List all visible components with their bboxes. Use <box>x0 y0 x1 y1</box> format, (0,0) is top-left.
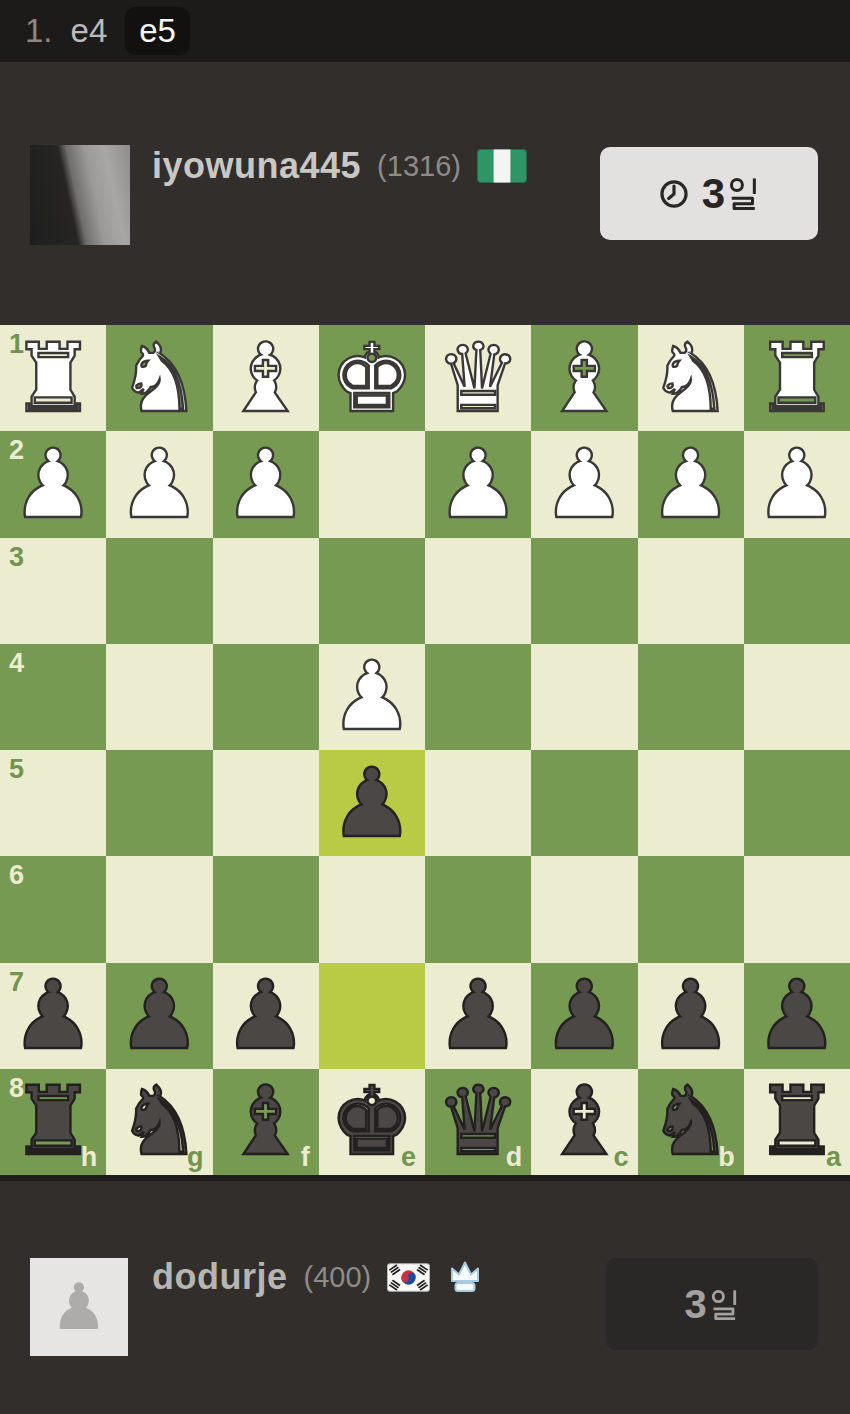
piece-white-pawn[interactable]: ♟ <box>436 437 521 532</box>
square-b1[interactable]: ♞ <box>638 325 744 431</box>
clock-icon <box>658 178 690 210</box>
square-a7[interactable]: ♟ <box>744 963 850 1069</box>
coord-file-c: c <box>613 1144 628 1171</box>
square-h4[interactable]: 4 <box>0 644 106 750</box>
coord-rank-7: 7 <box>9 969 24 996</box>
square-f6[interactable] <box>213 856 319 962</box>
square-h5[interactable]: 5 <box>0 750 106 856</box>
square-d2[interactable]: ♟ <box>425 431 531 537</box>
square-f4[interactable] <box>213 644 319 750</box>
square-c7[interactable]: ♟ <box>531 963 637 1069</box>
membership-crown-icon <box>446 1260 484 1294</box>
opponent-clock-time: 3 <box>702 170 760 218</box>
coord-rank-5: 5 <box>9 756 24 783</box>
square-d1[interactable]: ♛ <box>425 325 531 431</box>
default-pawn-avatar-icon: ♟ <box>50 1275 107 1339</box>
square-g4[interactable] <box>106 644 212 750</box>
square-c4[interactable] <box>531 644 637 750</box>
square-e3[interactable] <box>319 538 425 644</box>
player-avatar[interactable]: ♟ <box>30 1258 128 1356</box>
piece-white-pawn[interactable]: ♟ <box>223 437 308 532</box>
piece-white-pawn[interactable]: ♟ <box>542 437 627 532</box>
coord-file-h: h <box>81 1144 98 1171</box>
square-e1[interactable]: ♚ <box>319 325 425 431</box>
coord-rank-3: 3 <box>9 544 24 571</box>
coord-file-d: d <box>506 1144 523 1171</box>
square-f5[interactable] <box>213 750 319 856</box>
coord-rank-4: 4 <box>9 650 24 677</box>
piece-black-pawn[interactable]: ♟ <box>754 968 839 1063</box>
opponent-name[interactable]: iyowuna445 <box>152 145 361 187</box>
piece-white-pawn[interactable]: ♟ <box>117 437 202 532</box>
coord-rank-6: 6 <box>9 862 24 889</box>
square-c6[interactable] <box>531 856 637 962</box>
square-f1[interactable]: ♝ <box>213 325 319 431</box>
player-clock-number: 3 <box>684 1282 706 1327</box>
square-e6[interactable] <box>319 856 425 962</box>
piece-black-pawn[interactable]: ♟ <box>436 968 521 1063</box>
square-b4[interactable] <box>638 644 744 750</box>
piece-white-pawn[interactable]: ♟ <box>754 437 839 532</box>
square-d7[interactable]: ♟ <box>425 963 531 1069</box>
piece-white-bishop[interactable]: ♝ <box>223 331 308 426</box>
square-a2[interactable]: ♟ <box>744 431 850 537</box>
square-a4[interactable] <box>744 644 850 750</box>
coord-rank-1: 1 <box>9 331 24 358</box>
square-e8[interactable]: e♚ <box>319 1069 425 1175</box>
move-number: 1. <box>25 12 53 50</box>
move-list-bar: 1. e4 e5 <box>0 0 850 62</box>
day-unit-il-glyph <box>728 177 760 210</box>
square-g1[interactable]: ♞ <box>106 325 212 431</box>
piece-black-pawn[interactable]: ♟ <box>542 968 627 1063</box>
piece-black-pawn[interactable]: ♟ <box>329 756 414 851</box>
player-name[interactable]: dodurje <box>152 1256 288 1298</box>
opponent-avatar[interactable] <box>30 145 130 245</box>
app-screen: 1. e4 e5 iyowuna445 (1316) 3 1♜♞♝♚♛♝♞♜2♟… <box>0 0 850 1414</box>
coord-rank-8: 8 <box>9 1075 24 1102</box>
opponent-clock: 3 <box>600 147 818 240</box>
square-c2[interactable]: ♟ <box>531 431 637 537</box>
square-g5[interactable] <box>106 750 212 856</box>
player-clock-time: 3 <box>684 1282 739 1327</box>
square-g7[interactable]: ♟ <box>106 963 212 1069</box>
square-a5[interactable] <box>744 750 850 856</box>
square-e2[interactable] <box>319 431 425 537</box>
square-c3[interactable] <box>531 538 637 644</box>
square-b5[interactable] <box>638 750 744 856</box>
square-g2[interactable]: ♟ <box>106 431 212 537</box>
square-g6[interactable] <box>106 856 212 962</box>
piece-white-knight[interactable]: ♞ <box>648 331 733 426</box>
piece-white-queen[interactable]: ♛ <box>436 331 521 426</box>
square-h3[interactable]: 3 <box>0 538 106 644</box>
piece-black-pawn[interactable]: ♟ <box>648 968 733 1063</box>
chess-board: 1♜♞♝♚♛♝♞♜2♟♟♟♟♟♟♟34♟5♟67♟♟♟♟♟♟♟8h♜g♞f♝e♚… <box>0 325 850 1175</box>
square-b7[interactable]: ♟ <box>638 963 744 1069</box>
coord-file-g: g <box>187 1144 204 1171</box>
day-unit-il-glyph <box>710 1289 740 1320</box>
piece-white-rook[interactable]: ♜ <box>754 331 839 426</box>
piece-white-bishop[interactable]: ♝ <box>542 331 627 426</box>
square-g3[interactable] <box>106 538 212 644</box>
piece-black-pawn[interactable]: ♟ <box>117 968 202 1063</box>
player-clock: 3 <box>606 1258 818 1350</box>
square-e7[interactable] <box>319 963 425 1069</box>
piece-white-king[interactable]: ♚ <box>329 331 414 426</box>
square-h7[interactable]: 7♟ <box>0 963 106 1069</box>
square-b6[interactable] <box>638 856 744 962</box>
square-a3[interactable] <box>744 538 850 644</box>
square-f3[interactable] <box>213 538 319 644</box>
piece-black-pawn[interactable]: ♟ <box>223 968 308 1063</box>
square-c1[interactable]: ♝ <box>531 325 637 431</box>
square-d8[interactable]: d♛ <box>425 1069 531 1175</box>
square-d5[interactable] <box>425 750 531 856</box>
square-h6[interactable]: 6 <box>0 856 106 962</box>
square-f2[interactable]: ♟ <box>213 431 319 537</box>
coord-rank-2: 2 <box>9 437 24 464</box>
square-b8[interactable]: b♞ <box>638 1069 744 1175</box>
opponent-rating: (1316) <box>377 150 461 183</box>
coord-file-b: b <box>718 1144 735 1171</box>
nigeria-flag-icon <box>477 149 527 183</box>
square-h1[interactable]: 1♜ <box>0 325 106 431</box>
coord-file-a: a <box>826 1144 841 1171</box>
square-c5[interactable] <box>531 750 637 856</box>
square-g8[interactable]: g♞ <box>106 1069 212 1175</box>
square-b2[interactable]: ♟ <box>638 431 744 537</box>
square-d6[interactable] <box>425 856 531 962</box>
board-bottom-edge <box>0 1175 850 1181</box>
square-a6[interactable] <box>744 856 850 962</box>
move-white-e4[interactable]: e4 <box>71 12 108 50</box>
square-d3[interactable] <box>425 538 531 644</box>
piece-white-knight[interactable]: ♞ <box>117 331 202 426</box>
opponent-name-row: iyowuna445 (1316) <box>152 145 527 187</box>
piece-white-pawn[interactable]: ♟ <box>648 437 733 532</box>
square-a1[interactable]: ♜ <box>744 325 850 431</box>
square-c8[interactable]: c♝ <box>531 1069 637 1175</box>
square-d4[interactable] <box>425 644 531 750</box>
square-e4[interactable]: ♟ <box>319 644 425 750</box>
opponent-clock-number: 3 <box>702 170 725 218</box>
piece-black-bishop[interactable]: ♝ <box>223 1074 308 1169</box>
square-h2[interactable]: 2♟ <box>0 431 106 537</box>
square-f8[interactable]: f♝ <box>213 1069 319 1175</box>
coord-file-e: e <box>401 1144 416 1171</box>
south-korea-flag-icon <box>387 1263 430 1292</box>
selected-move-chip[interactable]: e5 <box>125 7 190 55</box>
square-a8[interactable]: a♜ <box>744 1069 850 1175</box>
square-e5[interactable]: ♟ <box>319 750 425 856</box>
square-h8[interactable]: 8h♜ <box>0 1069 106 1175</box>
square-b3[interactable] <box>638 538 744 644</box>
square-f7[interactable]: ♟ <box>213 963 319 1069</box>
player-rating: (400) <box>304 1261 372 1294</box>
coord-file-f: f <box>301 1144 310 1171</box>
player-name-row: dodurje (400) <box>152 1256 484 1298</box>
piece-white-pawn[interactable]: ♟ <box>329 649 414 744</box>
